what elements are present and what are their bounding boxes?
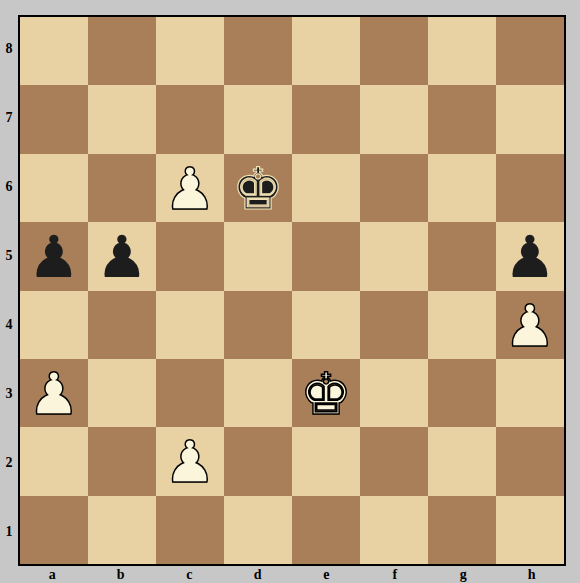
- black-pawn-a5[interactable]: ♟: [28, 223, 80, 290]
- file-label-c: c: [155, 566, 224, 583]
- square-d6[interactable]: ♚: [224, 154, 292, 222]
- square-h6[interactable]: [496, 154, 564, 222]
- file-label-d: d: [224, 566, 293, 583]
- chess-diagram: 87654321 ♟♚♟♟♟♟♟♚♟ abcdefgh: [0, 0, 580, 583]
- square-d5[interactable]: [224, 222, 292, 290]
- square-e8[interactable]: [292, 17, 360, 85]
- square-a2[interactable]: [20, 427, 88, 495]
- board: ♟♚♟♟♟♟♟♚♟: [18, 15, 566, 566]
- white-pawn-a3[interactable]: ♟: [28, 360, 80, 427]
- square-a4[interactable]: [20, 291, 88, 359]
- square-b3[interactable]: [88, 359, 156, 427]
- square-a6[interactable]: [20, 154, 88, 222]
- file-label-b: b: [87, 566, 156, 583]
- square-c2[interactable]: ♟: [156, 427, 224, 495]
- white-king-e3[interactable]: ♚: [300, 360, 352, 427]
- square-a1[interactable]: [20, 496, 88, 564]
- square-f8[interactable]: [360, 17, 428, 85]
- file-labels: abcdefgh: [18, 566, 566, 583]
- square-f2[interactable]: [360, 427, 428, 495]
- square-f5[interactable]: [360, 222, 428, 290]
- square-g8[interactable]: [428, 17, 496, 85]
- black-king-d6[interactable]: ♚: [232, 155, 284, 222]
- square-e7[interactable]: [292, 85, 360, 153]
- square-g5[interactable]: [428, 222, 496, 290]
- square-e6[interactable]: [292, 154, 360, 222]
- square-b6[interactable]: [88, 154, 156, 222]
- square-b8[interactable]: [88, 17, 156, 85]
- black-pawn-b5[interactable]: ♟: [96, 223, 148, 290]
- square-b5[interactable]: ♟: [88, 222, 156, 290]
- square-h5[interactable]: ♟: [496, 222, 564, 290]
- rank-label-3: 3: [0, 359, 18, 428]
- square-d3[interactable]: [224, 359, 292, 427]
- square-c4[interactable]: [156, 291, 224, 359]
- file-label-f: f: [361, 566, 430, 583]
- file-label-h: h: [498, 566, 567, 583]
- square-a7[interactable]: [20, 85, 88, 153]
- square-e5[interactable]: [292, 222, 360, 290]
- square-g4[interactable]: [428, 291, 496, 359]
- square-h4[interactable]: ♟: [496, 291, 564, 359]
- white-pawn-c2[interactable]: ♟: [164, 428, 216, 495]
- square-e4[interactable]: [292, 291, 360, 359]
- square-g2[interactable]: [428, 427, 496, 495]
- rank-label-4: 4: [0, 291, 18, 360]
- white-pawn-c6[interactable]: ♟: [164, 155, 216, 222]
- square-f7[interactable]: [360, 85, 428, 153]
- square-b2[interactable]: [88, 427, 156, 495]
- square-c3[interactable]: [156, 359, 224, 427]
- rank-label-2: 2: [0, 428, 18, 497]
- square-d1[interactable]: [224, 496, 292, 564]
- rank-label-6: 6: [0, 153, 18, 222]
- square-e1[interactable]: [292, 496, 360, 564]
- square-h8[interactable]: [496, 17, 564, 85]
- square-a8[interactable]: [20, 17, 88, 85]
- square-c8[interactable]: [156, 17, 224, 85]
- rank-label-8: 8: [0, 15, 18, 84]
- file-label-a: a: [18, 566, 87, 583]
- rank-label-7: 7: [0, 84, 18, 153]
- square-c6[interactable]: ♟: [156, 154, 224, 222]
- square-h3[interactable]: [496, 359, 564, 427]
- square-d2[interactable]: [224, 427, 292, 495]
- file-label-e: e: [292, 566, 361, 583]
- square-d7[interactable]: [224, 85, 292, 153]
- square-g1[interactable]: [428, 496, 496, 564]
- square-d8[interactable]: [224, 17, 292, 85]
- black-pawn-h5[interactable]: ♟: [504, 223, 556, 290]
- square-c7[interactable]: [156, 85, 224, 153]
- file-label-g: g: [429, 566, 498, 583]
- white-pawn-h4[interactable]: ♟: [504, 292, 556, 359]
- square-e3[interactable]: ♚: [292, 359, 360, 427]
- square-b7[interactable]: [88, 85, 156, 153]
- square-h7[interactable]: [496, 85, 564, 153]
- square-g6[interactable]: [428, 154, 496, 222]
- square-g7[interactable]: [428, 85, 496, 153]
- square-c5[interactable]: [156, 222, 224, 290]
- square-f4[interactable]: [360, 291, 428, 359]
- square-a3[interactable]: ♟: [20, 359, 88, 427]
- square-a5[interactable]: ♟: [20, 222, 88, 290]
- rank-labels: 87654321: [0, 15, 18, 566]
- square-f1[interactable]: [360, 496, 428, 564]
- square-g3[interactable]: [428, 359, 496, 427]
- rank-label-1: 1: [0, 497, 18, 566]
- square-e2[interactable]: [292, 427, 360, 495]
- square-c1[interactable]: [156, 496, 224, 564]
- square-b1[interactable]: [88, 496, 156, 564]
- square-d4[interactable]: [224, 291, 292, 359]
- square-f3[interactable]: [360, 359, 428, 427]
- square-h1[interactable]: [496, 496, 564, 564]
- square-b4[interactable]: [88, 291, 156, 359]
- rank-label-5: 5: [0, 222, 18, 291]
- square-h2[interactable]: [496, 427, 564, 495]
- square-f6[interactable]: [360, 154, 428, 222]
